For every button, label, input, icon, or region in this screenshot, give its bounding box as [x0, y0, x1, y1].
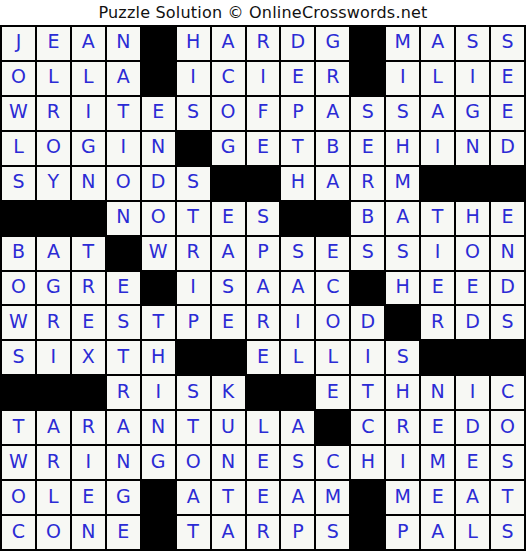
black-cell-r5c8 [247, 167, 280, 200]
letter-cell-r8c3: R [72, 272, 105, 305]
letter-cell-r9c10: O [316, 306, 349, 339]
letter-cell-r2c10: R [316, 62, 349, 95]
letter-cell-r13c4: N [107, 446, 140, 479]
letter-cell-r5c4: O [107, 167, 140, 200]
letter-cell-r14c9: A [281, 481, 314, 514]
black-cell-r2c5 [142, 62, 175, 95]
letter-cell-r7c13: I [421, 237, 454, 270]
letter-cell-r7c10: E [316, 237, 349, 270]
letter-cell-r7c8: P [247, 237, 280, 270]
letter-cell-r12c3: R [72, 411, 105, 444]
letter-cell-r10c5: H [142, 341, 175, 374]
letter-cell-r3c10: A [316, 97, 349, 130]
letter-cell-r15c6: T [177, 516, 210, 549]
letter-cell-r8c7: S [212, 272, 245, 305]
letter-cell-r15c8: R [247, 516, 280, 549]
letter-cell-r8c2: G [37, 272, 70, 305]
letter-cell-r1c3: A [72, 27, 105, 60]
letter-cell-r9c4: S [107, 306, 140, 339]
black-cell-r6c9 [281, 202, 314, 235]
letter-cell-r7c5: W [142, 237, 175, 270]
letter-cell-r5c5: D [142, 167, 175, 200]
letter-cell-r15c9: P [281, 516, 314, 549]
letter-cell-r4c2: O [37, 132, 70, 165]
letter-cell-r8c4: E [107, 272, 140, 305]
letter-cell-r7c9: S [281, 237, 314, 270]
letter-cell-r12c4: A [107, 411, 140, 444]
letter-cell-r8c12: H [386, 272, 419, 305]
letter-cell-r4c7: G [212, 132, 245, 165]
letter-cell-r14c6: A [177, 481, 210, 514]
page-title: Puzzle Solution © OnlineCrosswords.net [0, 0, 526, 25]
black-cell-r1c11 [351, 27, 384, 60]
letter-cell-r1c6: H [177, 27, 210, 60]
letter-cell-r12c8: L [247, 411, 280, 444]
letter-cell-r9c1: W [2, 306, 35, 339]
letter-cell-r11c5: I [142, 376, 175, 409]
letter-cell-r6c6: T [177, 202, 210, 235]
letter-cell-r1c13: A [421, 27, 454, 60]
black-cell-r10c13 [421, 341, 454, 374]
letter-cell-r13c2: R [37, 446, 70, 479]
letter-cell-r1c14: S [456, 27, 489, 60]
letter-cell-r13c7: N [212, 446, 245, 479]
letter-cell-r11c7: K [212, 376, 245, 409]
black-cell-r7c4 [107, 237, 140, 270]
letter-cell-r6c7: E [212, 202, 245, 235]
crossword-grid: JEANHARDGMASSOLLAICIERILIEWRITESOFPASSAG… [0, 25, 526, 551]
letter-cell-r8c9: A [281, 272, 314, 305]
letter-cell-r5c10: A [316, 167, 349, 200]
letter-cell-r6c15: E [491, 202, 524, 235]
letter-cell-r15c13: A [421, 516, 454, 549]
letter-cell-r3c14: G [456, 97, 489, 130]
letter-cell-r3c9: P [281, 97, 314, 130]
letter-cell-r8c13: E [421, 272, 454, 305]
letter-cell-r5c1: S [2, 167, 35, 200]
letter-cell-r12c9: A [281, 411, 314, 444]
letter-cell-r2c9: E [281, 62, 314, 95]
letter-cell-r5c6: S [177, 167, 210, 200]
letter-cell-r15c15: S [491, 516, 524, 549]
letter-cell-r1c15: S [491, 27, 524, 60]
letter-cell-r2c2: L [37, 62, 70, 95]
letter-cell-r6c8: S [247, 202, 280, 235]
letter-cell-r4c14: N [456, 132, 489, 165]
black-cell-r8c11 [351, 272, 384, 305]
letter-cell-r14c2: L [37, 481, 70, 514]
letter-cell-r11c4: R [107, 376, 140, 409]
letter-cell-r14c14: A [456, 481, 489, 514]
letter-cell-r8c10: C [316, 272, 349, 305]
letter-cell-r4c8: E [247, 132, 280, 165]
letter-cell-r13c1: W [2, 446, 35, 479]
letter-cell-r8c1: O [2, 272, 35, 305]
letter-cell-r7c7: A [212, 237, 245, 270]
black-cell-r5c7 [212, 167, 245, 200]
letter-cell-r11c14: I [456, 376, 489, 409]
letter-cell-r9c5: T [142, 306, 175, 339]
letter-cell-r2c15: E [491, 62, 524, 95]
letter-cell-r14c7: T [212, 481, 245, 514]
letter-cell-r11c11: T [351, 376, 384, 409]
black-cell-r9c12 [386, 306, 419, 339]
letter-cell-r2c8: I [247, 62, 280, 95]
letter-cell-r11c13: N [421, 376, 454, 409]
letter-cell-r11c10: E [316, 376, 349, 409]
letter-cell-r15c4: E [107, 516, 140, 549]
letter-cell-r2c12: I [386, 62, 419, 95]
black-cell-r5c13 [421, 167, 454, 200]
letter-cell-r4c11: E [351, 132, 384, 165]
letter-cell-r3c7: O [212, 97, 245, 130]
letter-cell-r12c2: A [37, 411, 70, 444]
letter-cell-r10c10: L [316, 341, 349, 374]
letter-cell-r1c9: D [281, 27, 314, 60]
letter-cell-r13c15: S [491, 446, 524, 479]
letter-cell-r9c3: E [72, 306, 105, 339]
letter-cell-r2c7: C [212, 62, 245, 95]
letter-cell-r6c14: H [456, 202, 489, 235]
black-cell-r10c7 [212, 341, 245, 374]
black-cell-r14c5 [142, 481, 175, 514]
letter-cell-r2c6: I [177, 62, 210, 95]
letter-cell-r15c2: O [37, 516, 70, 549]
black-cell-r11c8 [247, 376, 280, 409]
letter-cell-r12c6: T [177, 411, 210, 444]
black-cell-r10c14 [456, 341, 489, 374]
black-cell-r5c14 [456, 167, 489, 200]
letter-cell-r10c9: L [281, 341, 314, 374]
letter-cell-r3c12: S [386, 97, 419, 130]
letter-cell-r2c3: L [72, 62, 105, 95]
letter-cell-r14c3: E [72, 481, 105, 514]
letter-cell-r13c8: E [247, 446, 280, 479]
letter-cell-r1c8: R [247, 27, 280, 60]
letter-cell-r5c11: R [351, 167, 384, 200]
letter-cell-r7c12: S [386, 237, 419, 270]
letter-cell-r4c12: H [386, 132, 419, 165]
letter-cell-r5c3: N [72, 167, 105, 200]
letter-cell-r6c12: A [386, 202, 419, 235]
black-cell-r10c6 [177, 341, 210, 374]
letter-cell-r14c13: E [421, 481, 454, 514]
black-cell-r11c2 [37, 376, 70, 409]
letter-cell-r5c2: Y [37, 167, 70, 200]
letter-cell-r11c6: S [177, 376, 210, 409]
letter-cell-r14c8: E [247, 481, 280, 514]
letter-cell-r3c11: S [351, 97, 384, 130]
letter-cell-r4c5: N [142, 132, 175, 165]
letter-cell-r13c3: I [72, 446, 105, 479]
black-cell-r6c3 [72, 202, 105, 235]
letter-cell-r13c6: O [177, 446, 210, 479]
letter-cell-r3c4: T [107, 97, 140, 130]
letter-cell-r4c10: B [316, 132, 349, 165]
letter-cell-r15c7: A [212, 516, 245, 549]
letter-cell-r10c1: S [2, 341, 35, 374]
letter-cell-r6c13: T [421, 202, 454, 235]
letter-cell-r12c5: N [142, 411, 175, 444]
letter-cell-r3c6: S [177, 97, 210, 130]
letter-cell-r5c9: H [281, 167, 314, 200]
letter-cell-r1c12: M [386, 27, 419, 60]
letter-cell-r15c12: P [386, 516, 419, 549]
letter-cell-r12c14: D [456, 411, 489, 444]
letter-cell-r7c1: B [2, 237, 35, 270]
letter-cell-r4c3: G [72, 132, 105, 165]
letter-cell-r8c14: E [456, 272, 489, 305]
letter-cell-r14c4: G [107, 481, 140, 514]
letter-cell-r8c15: D [491, 272, 524, 305]
letter-cell-r9c7: E [212, 306, 245, 339]
letter-cell-r13c13: M [421, 446, 454, 479]
letter-cell-r6c5: O [142, 202, 175, 235]
black-cell-r5c15 [491, 167, 524, 200]
black-cell-r11c1 [2, 376, 35, 409]
letter-cell-r4c4: I [107, 132, 140, 165]
black-cell-r6c1 [2, 202, 35, 235]
letter-cell-r10c4: T [107, 341, 140, 374]
black-cell-r2c11 [351, 62, 384, 95]
letter-cell-r3c5: E [142, 97, 175, 130]
black-cell-r4c6 [177, 132, 210, 165]
letter-cell-r4c15: D [491, 132, 524, 165]
black-cell-r15c5 [142, 516, 175, 549]
letter-cell-r15c1: C [2, 516, 35, 549]
letter-cell-r7c6: R [177, 237, 210, 270]
letter-cell-r1c10: G [316, 27, 349, 60]
letter-cell-r2c4: A [107, 62, 140, 95]
letter-cell-r8c6: I [177, 272, 210, 305]
letter-cell-r1c4: N [107, 27, 140, 60]
black-cell-r11c3 [72, 376, 105, 409]
letter-cell-r7c15: N [491, 237, 524, 270]
letter-cell-r9c6: P [177, 306, 210, 339]
letter-cell-r9c8: R [247, 306, 280, 339]
letter-cell-r13c11: H [351, 446, 384, 479]
letter-cell-r9c9: I [281, 306, 314, 339]
letter-cell-r2c1: O [2, 62, 35, 95]
letter-cell-r11c15: C [491, 376, 524, 409]
letter-cell-r1c7: A [212, 27, 245, 60]
letter-cell-r14c12: M [386, 481, 419, 514]
letter-cell-r3c13: A [421, 97, 454, 130]
letter-cell-r13c9: S [281, 446, 314, 479]
letter-cell-r10c3: X [72, 341, 105, 374]
letter-cell-r14c15: T [491, 481, 524, 514]
letter-cell-r10c2: I [37, 341, 70, 374]
black-cell-r8c5 [142, 272, 175, 305]
letter-cell-r15c3: N [72, 516, 105, 549]
letter-cell-r3c3: I [72, 97, 105, 130]
letter-cell-r13c14: E [456, 446, 489, 479]
black-cell-r12c10 [316, 411, 349, 444]
letter-cell-r7c3: T [72, 237, 105, 270]
letter-cell-r4c1: L [2, 132, 35, 165]
letter-cell-r10c12: S [386, 341, 419, 374]
letter-cell-r9c15: S [491, 306, 524, 339]
letter-cell-r15c14: L [456, 516, 489, 549]
letter-cell-r15c10: S [316, 516, 349, 549]
letter-cell-r10c11: I [351, 341, 384, 374]
letter-cell-r13c5: G [142, 446, 175, 479]
letter-cell-r1c1: J [2, 27, 35, 60]
letter-cell-r9c14: D [456, 306, 489, 339]
letter-cell-r10c8: E [247, 341, 280, 374]
letter-cell-r4c13: I [421, 132, 454, 165]
letter-cell-r7c14: O [456, 237, 489, 270]
letter-cell-r3c8: F [247, 97, 280, 130]
letter-cell-r9c13: R [421, 306, 454, 339]
letter-cell-r14c10: M [316, 481, 349, 514]
black-cell-r15c11 [351, 516, 384, 549]
letter-cell-r12c1: T [2, 411, 35, 444]
black-cell-r6c10 [316, 202, 349, 235]
letter-cell-r2c13: L [421, 62, 454, 95]
letter-cell-r1c2: E [37, 27, 70, 60]
letter-cell-r9c2: R [37, 306, 70, 339]
letter-cell-r5c12: M [386, 167, 419, 200]
letter-cell-r3c2: R [37, 97, 70, 130]
letter-cell-r2c14: I [456, 62, 489, 95]
letter-cell-r13c12: I [386, 446, 419, 479]
letter-cell-r8c8: A [247, 272, 280, 305]
black-cell-r1c5 [142, 27, 175, 60]
letter-cell-r3c1: W [2, 97, 35, 130]
letter-cell-r6c11: B [351, 202, 384, 235]
letter-cell-r12c13: E [421, 411, 454, 444]
letter-cell-r11c12: H [386, 376, 419, 409]
letter-cell-r12c7: U [212, 411, 245, 444]
letter-cell-r7c11: S [351, 237, 384, 270]
letter-cell-r4c9: T [281, 132, 314, 165]
letter-cell-r9c11: D [351, 306, 384, 339]
letter-cell-r12c12: R [386, 411, 419, 444]
black-cell-r14c11 [351, 481, 384, 514]
letter-cell-r7c2: A [37, 237, 70, 270]
black-cell-r6c2 [37, 202, 70, 235]
black-cell-r10c15 [491, 341, 524, 374]
letter-cell-r6c4: N [107, 202, 140, 235]
letter-cell-r13c10: C [316, 446, 349, 479]
letter-cell-r14c1: O [2, 481, 35, 514]
black-cell-r11c9 [281, 376, 314, 409]
letter-cell-r12c11: C [351, 411, 384, 444]
letter-cell-r12c15: O [491, 411, 524, 444]
letter-cell-r3c15: E [491, 97, 524, 130]
